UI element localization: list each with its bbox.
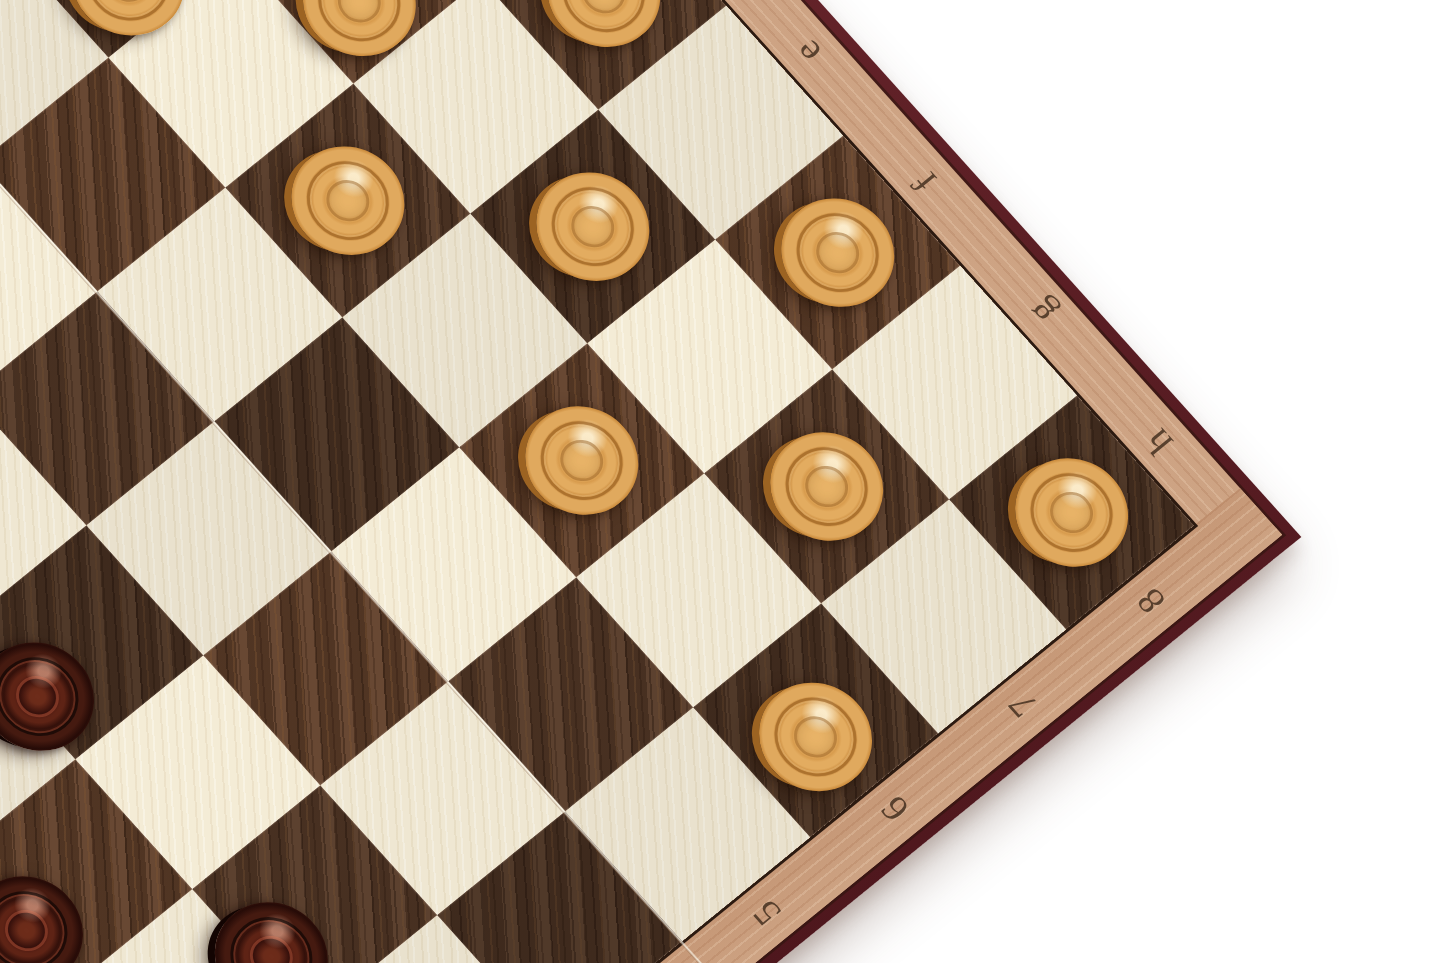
board-photo-stage: efgh8765: [0, 0, 1445, 963]
checkers-board: [0, 0, 1194, 963]
board-edge-trim: efgh8765: [0, 0, 1301, 963]
board-border-frame: efgh8765: [0, 0, 1282, 963]
